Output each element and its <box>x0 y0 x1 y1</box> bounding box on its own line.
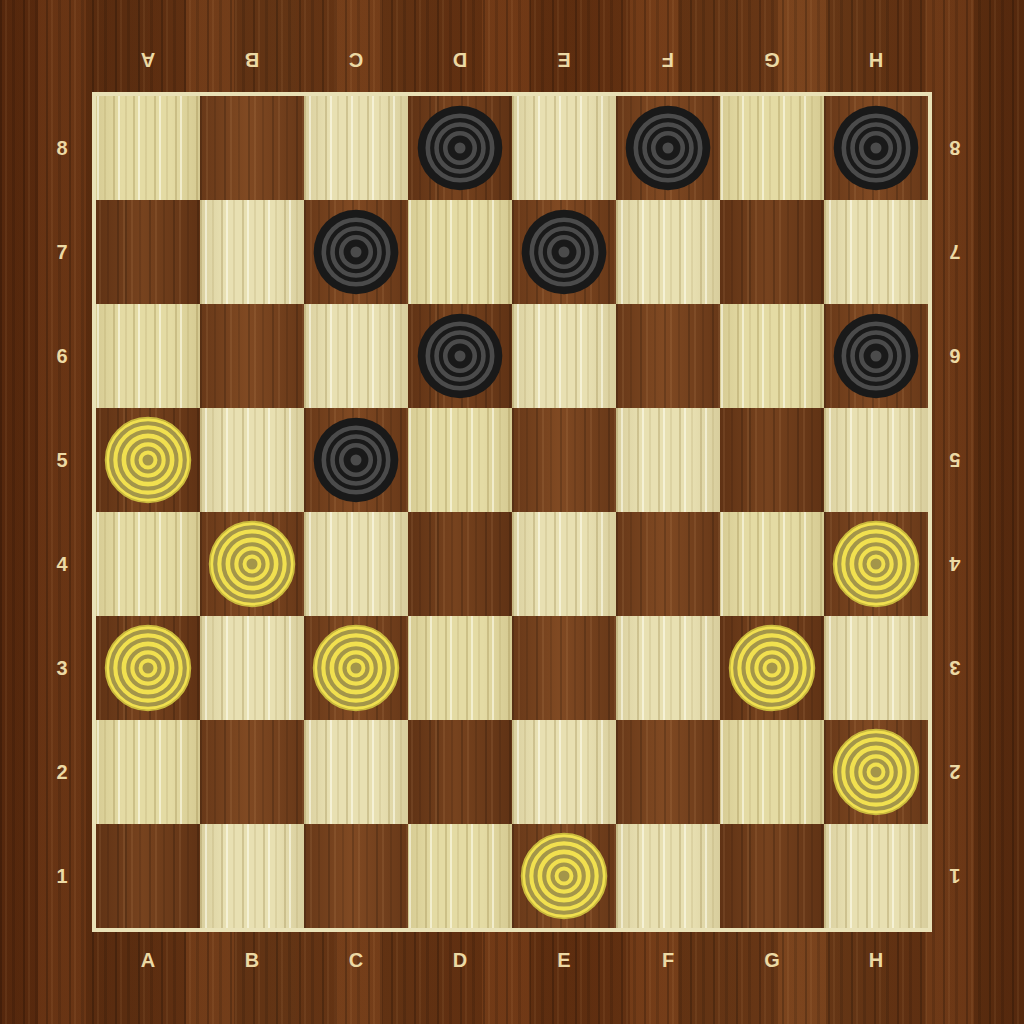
checker-light-c3[interactable] <box>310 622 402 714</box>
square-g6[interactable] <box>720 304 824 408</box>
square-h1[interactable] <box>824 824 928 928</box>
square-c2[interactable] <box>304 720 408 824</box>
rank-label-8: 8 <box>25 96 99 200</box>
square-g8[interactable] <box>720 96 824 200</box>
square-g3[interactable] <box>720 616 824 720</box>
square-c7[interactable] <box>304 200 408 304</box>
square-h3[interactable] <box>824 616 928 720</box>
square-a1[interactable] <box>96 824 200 928</box>
file-label-b: B <box>200 923 304 997</box>
file-label-c: C <box>304 923 408 997</box>
square-c8[interactable] <box>304 96 408 200</box>
square-d2[interactable] <box>408 720 512 824</box>
square-d5[interactable] <box>408 408 512 512</box>
square-f2[interactable] <box>616 720 720 824</box>
checker-light-b4[interactable] <box>206 518 298 610</box>
square-b5[interactable] <box>200 408 304 512</box>
square-d1[interactable] <box>408 824 512 928</box>
file-labels-bottom: ABCDEFGH <box>96 923 928 997</box>
square-b7[interactable] <box>200 200 304 304</box>
rank-label-6: 6 <box>25 304 99 408</box>
rank-labels-left: 87654321 <box>25 96 99 928</box>
rank-label-4: 4 <box>25 512 99 616</box>
square-f3[interactable] <box>616 616 720 720</box>
checker-dark-e7[interactable] <box>518 206 610 298</box>
checker-light-g3[interactable] <box>726 622 818 714</box>
rank-label-1: 1 <box>25 824 99 928</box>
square-e7[interactable] <box>512 200 616 304</box>
square-c3[interactable] <box>304 616 408 720</box>
square-g2[interactable] <box>720 720 824 824</box>
square-e4[interactable] <box>512 512 616 616</box>
square-h7[interactable] <box>824 200 928 304</box>
checker-light-a5[interactable] <box>102 414 194 506</box>
square-f8[interactable] <box>616 96 720 200</box>
square-a7[interactable] <box>96 200 200 304</box>
square-d7[interactable] <box>408 200 512 304</box>
square-a4[interactable] <box>96 512 200 616</box>
square-g7[interactable] <box>720 200 824 304</box>
square-c1[interactable] <box>304 824 408 928</box>
square-h5[interactable] <box>824 408 928 512</box>
checker-light-a3[interactable] <box>102 622 194 714</box>
square-a8[interactable] <box>96 96 200 200</box>
file-label-a: A <box>96 923 200 997</box>
square-f6[interactable] <box>616 304 720 408</box>
checker-light-h4[interactable] <box>830 518 922 610</box>
square-f1[interactable] <box>616 824 720 928</box>
square-f7[interactable] <box>616 200 720 304</box>
square-b2[interactable] <box>200 720 304 824</box>
checker-dark-h6[interactable] <box>830 310 922 402</box>
square-h6[interactable] <box>824 304 928 408</box>
square-d8[interactable] <box>408 96 512 200</box>
square-e8[interactable] <box>512 96 616 200</box>
square-a6[interactable] <box>96 304 200 408</box>
square-c6[interactable] <box>304 304 408 408</box>
square-h4[interactable] <box>824 512 928 616</box>
file-label-e: E <box>512 923 616 997</box>
file-label-d: D <box>408 923 512 997</box>
square-a3[interactable] <box>96 616 200 720</box>
square-h8[interactable] <box>824 96 928 200</box>
square-a2[interactable] <box>96 720 200 824</box>
square-g1[interactable] <box>720 824 824 928</box>
square-e1[interactable] <box>512 824 616 928</box>
square-e6[interactable] <box>512 304 616 408</box>
checker-light-e1[interactable] <box>518 830 610 922</box>
checker-dark-d6[interactable] <box>414 310 506 402</box>
square-e3[interactable] <box>512 616 616 720</box>
square-b4[interactable] <box>200 512 304 616</box>
square-c5[interactable] <box>304 408 408 512</box>
square-g4[interactable] <box>720 512 824 616</box>
square-e2[interactable] <box>512 720 616 824</box>
checker-dark-c7[interactable] <box>310 206 402 298</box>
square-d3[interactable] <box>408 616 512 720</box>
checker-dark-c5[interactable] <box>310 414 402 506</box>
square-c4[interactable] <box>304 512 408 616</box>
checker-dark-h8[interactable] <box>830 102 922 194</box>
square-h2[interactable] <box>824 720 928 824</box>
square-b8[interactable] <box>200 96 304 200</box>
checker-dark-f8[interactable] <box>622 102 714 194</box>
checkers-board <box>92 92 932 932</box>
square-b1[interactable] <box>200 824 304 928</box>
checker-light-h2[interactable] <box>830 726 922 818</box>
file-label-g: G <box>720 923 824 997</box>
checker-dark-d8[interactable] <box>414 102 506 194</box>
rank-label-7: 7 <box>25 200 99 304</box>
square-a5[interactable] <box>96 408 200 512</box>
file-label-h: H <box>824 923 928 997</box>
square-g5[interactable] <box>720 408 824 512</box>
square-d4[interactable] <box>408 512 512 616</box>
rank-label-3: 3 <box>25 616 99 720</box>
square-f4[interactable] <box>616 512 720 616</box>
file-label-f: F <box>616 923 720 997</box>
square-f5[interactable] <box>616 408 720 512</box>
square-b6[interactable] <box>200 304 304 408</box>
square-b3[interactable] <box>200 616 304 720</box>
rank-label-2: 2 <box>25 720 99 824</box>
rank-label-5: 5 <box>25 408 99 512</box>
square-e5[interactable] <box>512 408 616 512</box>
square-d6[interactable] <box>408 304 512 408</box>
